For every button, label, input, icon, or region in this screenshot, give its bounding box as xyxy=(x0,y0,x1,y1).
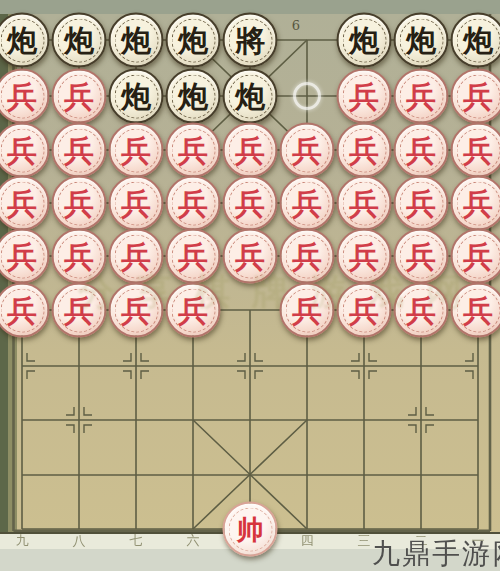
piece-black-general[interactable]: 將 xyxy=(223,13,278,68)
piece-glyph: 兵 xyxy=(7,81,37,111)
piece-red-soldier[interactable]: 兵 xyxy=(109,123,164,178)
piece-glyph: 兵 xyxy=(64,81,94,111)
piece-red-soldier[interactable]: 兵 xyxy=(337,69,392,124)
piece-glyph: 兵 xyxy=(7,295,37,325)
piece-glyph: 炮 xyxy=(121,81,151,111)
piece-glyph: 兵 xyxy=(178,135,208,165)
file-label-bottom: 四 xyxy=(301,532,314,550)
piece-red-soldier[interactable]: 兵 xyxy=(337,176,392,231)
piece-black-cannon[interactable]: 炮 xyxy=(52,13,107,68)
piece-black-cannon[interactable]: 炮 xyxy=(109,13,164,68)
file-label-bottom: 三 xyxy=(358,532,371,550)
piece-glyph: 兵 xyxy=(64,241,94,271)
file-label-bottom: 七 xyxy=(130,532,143,550)
piece-black-cannon[interactable]: 炮 xyxy=(166,13,221,68)
piece-glyph: 兵 xyxy=(349,241,379,271)
piece-glyph: 兵 xyxy=(349,188,379,218)
file-label-bottom: 八 xyxy=(73,532,86,550)
piece-glyph: 兵 xyxy=(121,241,151,271)
piece-glyph: 兵 xyxy=(292,241,322,271)
piece-glyph: 炮 xyxy=(235,81,265,111)
file-label-top: 6 xyxy=(292,18,300,33)
piece-glyph: 兵 xyxy=(406,241,436,271)
piece-red-soldier[interactable]: 兵 xyxy=(166,123,221,178)
piece-glyph: 兵 xyxy=(64,188,94,218)
piece-glyph: 炮 xyxy=(178,81,208,111)
piece-red-soldier[interactable]: 兵 xyxy=(394,123,449,178)
piece-glyph: 炮 xyxy=(406,25,436,55)
piece-red-soldier[interactable]: 兵 xyxy=(280,176,335,231)
piece-red-soldier[interactable]: 兵 xyxy=(52,69,107,124)
piece-black-cannon[interactable]: 炮 xyxy=(166,69,221,124)
piece-red-soldier[interactable]: 兵 xyxy=(451,123,500,178)
piece-red-soldier[interactable]: 兵 xyxy=(394,69,449,124)
piece-glyph: 兵 xyxy=(178,241,208,271)
piece-glyph: 兵 xyxy=(406,81,436,111)
piece-glyph: 兵 xyxy=(349,81,379,111)
piece-glyph: 兵 xyxy=(463,81,493,111)
piece-glyph: 炮 xyxy=(64,25,94,55)
piece-glyph: 兵 xyxy=(292,188,322,218)
piece-red-general[interactable]: 帅 xyxy=(223,502,278,557)
piece-glyph: 兵 xyxy=(406,188,436,218)
piece-black-cannon[interactable]: 炮 xyxy=(337,13,392,68)
piece-glyph: 將 xyxy=(235,25,265,55)
piece-red-soldier[interactable]: 兵 xyxy=(166,176,221,231)
site-watermark: 九鼎手游网 xyxy=(372,535,500,571)
piece-glyph: 兵 xyxy=(292,135,322,165)
piece-red-soldier[interactable]: 兵 xyxy=(109,176,164,231)
piece-red-soldier[interactable]: 兵 xyxy=(451,69,500,124)
piece-glyph: 兵 xyxy=(463,241,493,271)
piece-glyph: 炮 xyxy=(7,25,37,55)
piece-glyph: 兵 xyxy=(235,241,265,271)
piece-glyph: 炮 xyxy=(349,25,379,55)
piece-red-soldier[interactable]: 兵 xyxy=(52,176,107,231)
piece-glyph: 兵 xyxy=(7,241,37,271)
piece-red-soldier[interactable]: 兵 xyxy=(280,123,335,178)
piece-glyph: 兵 xyxy=(7,135,37,165)
piece-glyph: 炮 xyxy=(121,25,151,55)
piece-glyph: 兵 xyxy=(7,188,37,218)
move-highlight-ring xyxy=(293,82,321,110)
piece-red-soldier[interactable]: 兵 xyxy=(223,123,278,178)
piece-red-soldier[interactable]: 兵 xyxy=(223,176,278,231)
piece-glyph: 兵 xyxy=(349,135,379,165)
piece-glyph: 兵 xyxy=(121,188,151,218)
piece-glyph: 兵 xyxy=(178,188,208,218)
piece-glyph: 兵 xyxy=(463,188,493,218)
piece-red-soldier[interactable]: 兵 xyxy=(451,176,500,231)
piece-black-cannon[interactable]: 炮 xyxy=(223,69,278,124)
xiangqi-game-screen: 6 九八七六五四三二一 炮炮炮炮將炮炮炮兵兵炮炮炮兵兵兵兵兵兵兵兵兵兵兵兵兵兵兵… xyxy=(0,0,500,571)
piece-glyph: 兵 xyxy=(235,188,265,218)
piece-glyph: 炮 xyxy=(178,25,208,55)
piece-glyph: 兵 xyxy=(121,135,151,165)
piece-red-soldier[interactable]: 兵 xyxy=(337,123,392,178)
piece-glyph: 兵 xyxy=(463,135,493,165)
piece-black-cannon[interactable]: 炮 xyxy=(451,13,500,68)
piece-glyph: 炮 xyxy=(463,25,493,55)
piece-glyph: 兵 xyxy=(235,135,265,165)
board-faint-watermark: 分享棋牌游戏网 xyxy=(78,268,484,317)
piece-glyph: 兵 xyxy=(64,135,94,165)
piece-black-cannon[interactable]: 炮 xyxy=(109,69,164,124)
piece-glyph: 帅 xyxy=(237,516,264,543)
file-label-bottom: 九 xyxy=(16,532,29,550)
piece-glyph: 兵 xyxy=(406,135,436,165)
piece-black-cannon[interactable]: 炮 xyxy=(394,13,449,68)
piece-red-soldier[interactable]: 兵 xyxy=(394,176,449,231)
piece-red-soldier[interactable]: 兵 xyxy=(52,123,107,178)
file-label-bottom: 六 xyxy=(187,532,200,550)
